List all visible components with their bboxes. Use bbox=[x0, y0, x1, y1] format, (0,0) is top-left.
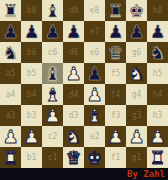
piece-bp-d7[interactable]: ♟ bbox=[65, 21, 81, 42]
piece-wp-c3[interactable]: ♟ bbox=[44, 105, 60, 126]
square-c6[interactable]: c6 bbox=[42, 42, 63, 63]
piece-wn-g5[interactable]: ♞ bbox=[128, 63, 144, 84]
square-c1[interactable]: c1 bbox=[42, 147, 63, 168]
square-a6[interactable]: ♞ bbox=[0, 42, 21, 63]
square-b5[interactable]: b5 bbox=[21, 63, 42, 84]
square-e4[interactable]: ♟ bbox=[84, 84, 105, 105]
square-e2[interactable]: e2 bbox=[84, 126, 105, 147]
piece-wr-h1[interactable]: ♜ bbox=[149, 147, 165, 168]
square-label-a3: a3 bbox=[6, 105, 16, 126]
chess-board: ♜b8♝d8e8♜♚h8♟♟♟♟e7♟♟♟♞b6c6d6e6♛g6♞a5b5♝♟… bbox=[0, 0, 168, 168]
square-c2[interactable]: c2 bbox=[42, 126, 63, 147]
square-g4[interactable]: g4 bbox=[126, 84, 147, 105]
square-a8[interactable]: ♜ bbox=[0, 0, 21, 21]
square-e1[interactable]: ♚ bbox=[84, 147, 105, 168]
piece-wp-a2[interactable]: ♟ bbox=[2, 126, 18, 147]
square-label-e8: e8 bbox=[90, 0, 100, 21]
square-a4[interactable]: a4 bbox=[0, 84, 21, 105]
piece-wp-h2[interactable]: ♟ bbox=[149, 126, 165, 147]
square-e7[interactable]: e7 bbox=[84, 21, 105, 42]
square-h8[interactable]: h8 bbox=[147, 0, 168, 21]
square-f1[interactable]: f1 bbox=[105, 147, 126, 168]
square-a1[interactable]: ♜ bbox=[0, 147, 21, 168]
square-label-d6: d6 bbox=[69, 42, 79, 63]
square-label-d4: d4 bbox=[69, 84, 79, 105]
square-g3[interactable]: g3 bbox=[126, 105, 147, 126]
square-b3[interactable]: b3 bbox=[21, 105, 42, 126]
piece-bp-e5[interactable]: ♟ bbox=[86, 63, 102, 84]
piece-bn-a6[interactable]: ♞ bbox=[2, 42, 18, 63]
piece-bp-c7[interactable]: ♟ bbox=[44, 21, 60, 42]
piece-wk-e1[interactable]: ♚ bbox=[86, 147, 102, 168]
square-e6[interactable]: e6 bbox=[84, 42, 105, 63]
piece-wp-g2[interactable]: ♟ bbox=[128, 126, 144, 147]
square-label-b4: b4 bbox=[27, 84, 37, 105]
piece-wp-d5[interactable]: ♟ bbox=[65, 63, 81, 84]
square-label-f1: f1 bbox=[111, 147, 121, 168]
square-label-b1: b1 bbox=[27, 147, 37, 168]
square-b1[interactable]: b1 bbox=[21, 147, 42, 168]
square-h2[interactable]: ♟ bbox=[147, 126, 168, 147]
piece-wr-a1[interactable]: ♜ bbox=[2, 147, 18, 168]
square-label-b6: b6 bbox=[27, 42, 37, 63]
square-f2[interactable]: ♟ bbox=[105, 126, 126, 147]
square-label-f4: f4 bbox=[111, 84, 121, 105]
piece-wp-e4[interactable]: ♟ bbox=[86, 84, 102, 105]
square-label-h3: h3 bbox=[153, 105, 163, 126]
square-g2[interactable]: ♟ bbox=[126, 126, 147, 147]
square-label-e2: e2 bbox=[90, 126, 100, 147]
square-a7[interactable]: ♟ bbox=[0, 21, 21, 42]
square-d5[interactable]: ♟ bbox=[63, 63, 84, 84]
square-label-b5: b5 bbox=[27, 63, 37, 84]
square-d2[interactable]: ♞ bbox=[63, 126, 84, 147]
square-label-h5: h5 bbox=[153, 63, 163, 84]
square-a5[interactable]: a5 bbox=[0, 63, 21, 84]
piece-wp-b2[interactable]: ♟ bbox=[23, 126, 39, 147]
square-c4[interactable]: ♝ bbox=[42, 84, 63, 105]
piece-wn-d2[interactable]: ♞ bbox=[65, 126, 81, 147]
square-g7[interactable]: ♟ bbox=[126, 21, 147, 42]
square-label-b8: b8 bbox=[27, 0, 37, 21]
piece-bk-g8[interactable]: ♚ bbox=[128, 0, 144, 21]
square-c3[interactable]: ♟ bbox=[42, 105, 63, 126]
square-d1[interactable]: ♛ bbox=[63, 147, 84, 168]
square-h1[interactable]: ♜ bbox=[147, 147, 168, 168]
square-label-a4: a4 bbox=[6, 84, 16, 105]
square-label-g3: g3 bbox=[132, 105, 142, 126]
square-d8[interactable]: d8 bbox=[63, 0, 84, 21]
piece-br-a8[interactable]: ♜ bbox=[2, 0, 18, 21]
square-f4[interactable]: f4 bbox=[105, 84, 126, 105]
piece-wq-d1[interactable]: ♛ bbox=[65, 147, 81, 168]
square-label-f5: f5 bbox=[111, 63, 121, 84]
piece-wb-e3[interactable]: ♝ bbox=[86, 105, 102, 126]
square-e8[interactable]: e8 bbox=[84, 0, 105, 21]
square-b4[interactable]: b4 bbox=[21, 84, 42, 105]
square-b2[interactable]: ♟ bbox=[21, 126, 42, 147]
square-label-e6: e6 bbox=[90, 42, 100, 63]
square-a2[interactable]: ♟ bbox=[0, 126, 21, 147]
square-a3[interactable]: a3 bbox=[0, 105, 21, 126]
square-d6[interactable]: d6 bbox=[63, 42, 84, 63]
square-e5[interactable]: ♟ bbox=[84, 63, 105, 84]
square-label-h8: h8 bbox=[153, 0, 163, 21]
credit-text: By Zahl bbox=[127, 168, 168, 180]
piece-bp-a7[interactable]: ♟ bbox=[2, 21, 18, 42]
square-label-f3: f3 bbox=[111, 105, 121, 126]
square-b8[interactable]: b8 bbox=[21, 0, 42, 21]
piece-bq-f6[interactable]: ♛ bbox=[107, 42, 123, 63]
piece-bp-g7[interactable]: ♟ bbox=[128, 21, 144, 42]
square-c7[interactable]: ♟ bbox=[42, 21, 63, 42]
piece-bn-h6[interactable]: ♞ bbox=[149, 42, 165, 63]
square-label-c2: c2 bbox=[48, 126, 58, 147]
square-h3[interactable]: h3 bbox=[147, 105, 168, 126]
square-f3[interactable]: f3 bbox=[105, 105, 126, 126]
square-label-b3: b3 bbox=[27, 105, 37, 126]
square-d3[interactable]: d3 bbox=[63, 105, 84, 126]
piece-bb-c8[interactable]: ♝ bbox=[44, 0, 60, 21]
footer-bar: By Zahl bbox=[0, 168, 168, 180]
square-f6[interactable]: ♛ bbox=[105, 42, 126, 63]
square-h7[interactable]: ♟ bbox=[147, 21, 168, 42]
square-label-g6: g6 bbox=[132, 42, 142, 63]
square-label-g1: g1 bbox=[132, 147, 142, 168]
square-f5[interactable]: f5 bbox=[105, 63, 126, 84]
square-label-e7: e7 bbox=[90, 21, 100, 42]
square-c5[interactable]: ♝ bbox=[42, 63, 63, 84]
square-g6[interactable]: g6 bbox=[126, 42, 147, 63]
square-h4[interactable]: h4 bbox=[147, 84, 168, 105]
piece-br-f8[interactable]: ♜ bbox=[107, 0, 123, 21]
square-label-d8: d8 bbox=[69, 0, 79, 21]
square-e3[interactable]: ♝ bbox=[84, 105, 105, 126]
square-d7[interactable]: ♟ bbox=[63, 21, 84, 42]
square-g1[interactable]: g1 bbox=[126, 147, 147, 168]
square-b6[interactable]: b6 bbox=[21, 42, 42, 63]
square-label-c1: c1 bbox=[48, 147, 58, 168]
square-f7[interactable]: ♟ bbox=[105, 21, 126, 42]
square-h5[interactable]: h5 bbox=[147, 63, 168, 84]
square-g8[interactable]: ♚ bbox=[126, 0, 147, 21]
square-label-c6: c6 bbox=[48, 42, 58, 63]
piece-bp-f7[interactable]: ♟ bbox=[107, 21, 123, 42]
chess-diagram: ♜b8♝d8e8♜♚h8♟♟♟♟e7♟♟♟♞b6c6d6e6♛g6♞a5b5♝♟… bbox=[0, 0, 168, 180]
piece-wp-f2[interactable]: ♟ bbox=[107, 126, 123, 147]
square-h6[interactable]: ♞ bbox=[147, 42, 168, 63]
piece-bp-h7[interactable]: ♟ bbox=[149, 21, 165, 42]
piece-bp-b7[interactable]: ♟ bbox=[23, 21, 39, 42]
square-c8[interactable]: ♝ bbox=[42, 0, 63, 21]
square-b7[interactable]: ♟ bbox=[21, 21, 42, 42]
square-label-a5: a5 bbox=[6, 63, 16, 84]
square-d4[interactable]: d4 bbox=[63, 84, 84, 105]
square-g5[interactable]: ♞ bbox=[126, 63, 147, 84]
square-label-h4: h4 bbox=[153, 84, 163, 105]
piece-bb-c5[interactable]: ♝ bbox=[44, 63, 60, 84]
square-label-d3: d3 bbox=[69, 105, 79, 126]
piece-wb-c4[interactable]: ♝ bbox=[44, 84, 60, 105]
square-f8[interactable]: ♜ bbox=[105, 0, 126, 21]
square-label-g4: g4 bbox=[132, 84, 142, 105]
